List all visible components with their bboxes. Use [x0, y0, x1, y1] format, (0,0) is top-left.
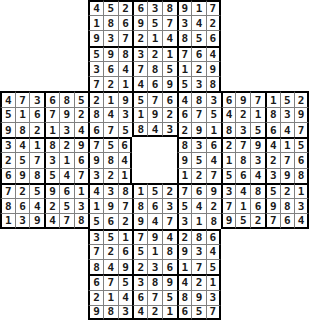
- cell-r9c15: 1: [206, 122, 221, 137]
- cell-r15c9: 2: [118, 213, 133, 228]
- cell-r12c3: 8: [29, 168, 44, 183]
- cell-r12c18: 4: [250, 168, 265, 183]
- cell-r6c9: 1: [118, 76, 133, 91]
- cell-r11c4: 3: [44, 152, 59, 167]
- cell-r14c3: 4: [29, 198, 44, 213]
- cell-r10c21: 5: [294, 137, 309, 152]
- cell-r8c21: 9: [294, 107, 309, 122]
- cell-r2c10: 9: [132, 15, 147, 30]
- cell-r1c14: 1: [191, 0, 206, 15]
- cell-r17c13: 9: [177, 244, 192, 259]
- cell-r18c7: 8: [88, 259, 103, 274]
- cell-r19c8: 7: [103, 274, 118, 289]
- cell-r14c21: 3: [294, 198, 309, 213]
- cell-r10c17: 7: [235, 137, 250, 152]
- cell-r13c1: 7: [0, 183, 15, 198]
- cell-r12c19: 3: [265, 168, 280, 183]
- cell-r15c19: 7: [265, 213, 280, 228]
- cell-r1c11: 3: [147, 0, 162, 15]
- cell-r9c20: 4: [280, 122, 295, 137]
- cell-r12c5: 4: [59, 168, 74, 183]
- cell-r7c6: 5: [74, 91, 89, 106]
- cell-r4c10: 3: [132, 46, 147, 61]
- cell-r12c8: 2: [103, 168, 118, 183]
- cell-r14c18: 6: [250, 198, 265, 213]
- cell-r19c11: 8: [147, 274, 162, 289]
- cell-r7c15: 3: [206, 91, 221, 106]
- cell-r16c9: 1: [118, 229, 133, 244]
- cell-r15c14: 1: [191, 213, 206, 228]
- cell-r11c16: 1: [221, 152, 236, 167]
- cell-r13c15: 9: [206, 183, 221, 198]
- cell-r6c14: 3: [191, 76, 206, 91]
- cell-r16c10: 7: [132, 229, 147, 244]
- cell-r13c9: 8: [118, 183, 133, 198]
- cell-r14c17: 1: [235, 198, 250, 213]
- cell-r14c20: 8: [280, 198, 295, 213]
- cell-r21c7: 9: [88, 305, 103, 320]
- cell-r18c15: 5: [206, 259, 221, 274]
- cell-r15c20: 6: [280, 213, 295, 228]
- cell-r11c7: 9: [88, 152, 103, 167]
- cell-r7c7: 2: [88, 91, 103, 106]
- cell-r9c9: 5: [118, 122, 133, 137]
- cell-r9c11: 4: [147, 122, 162, 137]
- cell-r12c15: 7: [206, 168, 221, 183]
- cell-r20c9: 4: [118, 290, 133, 305]
- cell-r13c5: 6: [59, 183, 74, 198]
- cell-r8c10: 1: [132, 107, 147, 122]
- cell-r7c21: 2: [294, 91, 309, 106]
- cell-r17c9: 6: [118, 244, 133, 259]
- cell-r14c5: 5: [59, 198, 74, 213]
- cell-r21c10: 4: [132, 305, 147, 320]
- cell-r14c1: 8: [0, 198, 15, 213]
- cell-r7c3: 3: [29, 91, 44, 106]
- cell-r4c12: 1: [162, 46, 177, 61]
- cell-r6c8: 2: [103, 76, 118, 91]
- cell-r16c8: 5: [103, 229, 118, 244]
- cell-r3c9: 7: [118, 30, 133, 45]
- cell-r14c19: 9: [265, 198, 280, 213]
- cell-r15c5: 7: [59, 213, 74, 228]
- cell-r13c3: 5: [29, 183, 44, 198]
- cell-r9c21: 7: [294, 122, 309, 137]
- cell-r7c18: 7: [250, 91, 265, 106]
- cell-r19c9: 5: [118, 274, 133, 289]
- cell-r7c17: 9: [235, 91, 250, 106]
- cell-r12c1: 6: [0, 168, 15, 183]
- cell-r8c19: 8: [265, 107, 280, 122]
- cell-r19c7: 6: [88, 274, 103, 289]
- cell-r13c7: 4: [88, 183, 103, 198]
- cell-r15c11: 4: [147, 213, 162, 228]
- cell-r10c20: 1: [280, 137, 295, 152]
- cell-r16c11: 9: [147, 229, 162, 244]
- cell-r13c6: 1: [74, 183, 89, 198]
- cell-r21c8: 8: [103, 305, 118, 320]
- cell-r15c15: 8: [206, 213, 221, 228]
- cell-r7c1: 4: [0, 91, 15, 106]
- cell-r10c4: 8: [44, 137, 59, 152]
- cell-r2c11: 5: [147, 15, 162, 30]
- cell-r14c4: 2: [44, 198, 59, 213]
- cell-r21c13: 6: [177, 305, 192, 320]
- cell-r14c7: 1: [88, 198, 103, 213]
- cell-r17c7: 7: [88, 244, 103, 259]
- cell-r13c18: 8: [250, 183, 265, 198]
- cell-r3c10: 2: [132, 30, 147, 45]
- cell-r2c12: 7: [162, 15, 177, 30]
- cell-r19c13: 4: [177, 274, 192, 289]
- cell-r15c18: 2: [250, 213, 265, 228]
- cell-r3c14: 5: [191, 30, 206, 45]
- cell-r15c7: 5: [88, 213, 103, 228]
- cell-r19c10: 3: [132, 274, 147, 289]
- cell-r5c10: 7: [132, 61, 147, 76]
- cell-r5c8: 6: [103, 61, 118, 76]
- cell-r18c12: 6: [162, 259, 177, 274]
- cell-r13c4: 9: [44, 183, 59, 198]
- cell-r4c13: 7: [177, 46, 192, 61]
- cell-r20c8: 1: [103, 290, 118, 305]
- cell-r4c9: 8: [118, 46, 133, 61]
- cell-r18c11: 3: [147, 259, 162, 274]
- cell-r21c11: 2: [147, 305, 162, 320]
- cell-r14c14: 4: [191, 198, 206, 213]
- cell-r7c8: 1: [103, 91, 118, 106]
- cell-r20c14: 9: [191, 290, 206, 305]
- cell-r17c14: 3: [191, 244, 206, 259]
- cell-r2c13: 3: [177, 15, 192, 30]
- cell-r7c12: 6: [162, 91, 177, 106]
- cell-r8c6: 2: [74, 107, 89, 122]
- cell-r9c17: 3: [235, 122, 250, 137]
- cell-r8c12: 2: [162, 107, 177, 122]
- cell-r7c14: 8: [191, 91, 206, 106]
- cell-r3c11: 1: [147, 30, 162, 45]
- cell-r11c15: 4: [206, 152, 221, 167]
- cell-r10c14: 3: [191, 137, 206, 152]
- cell-r15c4: 4: [44, 213, 59, 228]
- cell-r9c18: 5: [250, 122, 265, 137]
- cell-r12c21: 8: [294, 168, 309, 183]
- cell-r9c1: 9: [0, 122, 15, 137]
- cell-r10c3: 1: [29, 137, 44, 152]
- cell-r15c12: 7: [162, 213, 177, 228]
- cell-r8c14: 7: [191, 107, 206, 122]
- cell-r12c20: 9: [280, 168, 295, 183]
- cell-r17c10: 5: [132, 244, 147, 259]
- cell-r6c13: 5: [177, 76, 192, 91]
- cell-r16c13: 2: [177, 229, 192, 244]
- cell-r1c8: 5: [103, 0, 118, 15]
- cell-r1c9: 2: [118, 0, 133, 15]
- cell-r15c6: 8: [74, 213, 89, 228]
- cell-r19c12: 9: [162, 274, 177, 289]
- cell-r10c9: 6: [118, 137, 133, 152]
- cell-r13c13: 7: [177, 183, 192, 198]
- cell-r19c15: 1: [206, 274, 221, 289]
- cell-r3c8: 3: [103, 30, 118, 45]
- cell-r15c2: 3: [15, 213, 30, 228]
- cell-r6c7: 7: [88, 76, 103, 91]
- cell-r5c14: 2: [191, 61, 206, 76]
- cell-r7c5: 8: [59, 91, 74, 106]
- cell-r9c19: 6: [265, 122, 280, 137]
- cell-r5c7: 3: [88, 61, 103, 76]
- cell-r9c5: 3: [59, 122, 74, 137]
- cell-r21c15: 7: [206, 305, 221, 320]
- cell-r8c3: 6: [29, 107, 44, 122]
- cell-r7c11: 7: [147, 91, 162, 106]
- cell-r14c8: 9: [103, 198, 118, 213]
- cell-r13c14: 6: [191, 183, 206, 198]
- cell-r10c5: 2: [59, 137, 74, 152]
- cell-r21c14: 5: [191, 305, 206, 320]
- cell-r8c11: 9: [147, 107, 162, 122]
- cell-r4c8: 9: [103, 46, 118, 61]
- cell-r10c16: 2: [221, 137, 236, 152]
- cell-r12c6: 7: [74, 168, 89, 183]
- cell-r4c14: 6: [191, 46, 206, 61]
- cell-r13c11: 5: [147, 183, 162, 198]
- cell-r4c7: 5: [88, 46, 103, 61]
- cell-r3c7: 9: [88, 30, 103, 45]
- cell-r12c9: 1: [118, 168, 133, 183]
- cell-r15c21: 4: [294, 213, 309, 228]
- cell-r1c10: 6: [132, 0, 147, 15]
- cell-r16c15: 6: [206, 229, 221, 244]
- cell-r7c9: 9: [118, 91, 133, 106]
- cell-r15c17: 5: [235, 213, 250, 228]
- cell-r6c15: 8: [206, 76, 221, 91]
- cell-r8c2: 1: [15, 107, 30, 122]
- cell-r10c2: 4: [15, 137, 30, 152]
- cell-r15c16: 9: [221, 213, 236, 228]
- cell-r11c3: 7: [29, 152, 44, 167]
- cell-r12c13: 1: [177, 168, 192, 183]
- cell-r11c13: 9: [177, 152, 192, 167]
- cell-r18c9: 9: [118, 259, 133, 274]
- cell-r21c9: 3: [118, 305, 133, 320]
- cell-r9c13: 2: [177, 122, 192, 137]
- cell-r9c10: 8: [132, 122, 147, 137]
- cell-r4c11: 2: [147, 46, 162, 61]
- cell-r14c2: 6: [15, 198, 30, 213]
- cell-r11c5: 1: [59, 152, 74, 167]
- cell-r20c11: 7: [147, 290, 162, 305]
- cell-r6c11: 6: [147, 76, 162, 91]
- cell-r8c15: 5: [206, 107, 221, 122]
- cell-r9c2: 8: [15, 122, 30, 137]
- cell-r7c20: 5: [280, 91, 295, 106]
- cell-r7c2: 7: [15, 91, 30, 106]
- cell-r19c14: 2: [191, 274, 206, 289]
- cell-r20c12: 5: [162, 290, 177, 305]
- cell-r6c12: 9: [162, 76, 177, 91]
- cell-r9c4: 1: [44, 122, 59, 137]
- cell-r1c7: 4: [88, 0, 103, 15]
- sohei-sudoku-board: 4526389171869573429372148565983217643647…: [0, 0, 309, 320]
- cell-r2c7: 1: [88, 15, 103, 30]
- cell-r13c10: 1: [132, 183, 147, 198]
- cell-r15c13: 3: [177, 213, 192, 228]
- cell-r15c8: 6: [103, 213, 118, 228]
- cell-r9c12: 3: [162, 122, 177, 137]
- cell-r5c15: 9: [206, 61, 221, 76]
- cell-r14c11: 6: [147, 198, 162, 213]
- cell-r15c10: 9: [132, 213, 147, 228]
- cell-r6c10: 4: [132, 76, 147, 91]
- cell-r4c15: 4: [206, 46, 221, 61]
- cell-r18c10: 2: [132, 259, 147, 274]
- cell-r14c15: 2: [206, 198, 221, 213]
- cell-r14c9: 7: [118, 198, 133, 213]
- cell-r18c8: 4: [103, 259, 118, 274]
- cell-r8c13: 6: [177, 107, 192, 122]
- cell-r11c1: 2: [0, 152, 15, 167]
- cell-r13c20: 2: [280, 183, 295, 198]
- cell-r7c4: 6: [44, 91, 59, 106]
- cell-r5c11: 8: [147, 61, 162, 76]
- cell-r3c13: 8: [177, 30, 192, 45]
- cell-r3c12: 4: [162, 30, 177, 45]
- cell-r8c7: 8: [88, 107, 103, 122]
- cell-r13c12: 2: [162, 183, 177, 198]
- cell-r8c16: 4: [221, 107, 236, 122]
- cell-r20c10: 6: [132, 290, 147, 305]
- cell-r12c2: 9: [15, 168, 30, 183]
- cell-r8c5: 9: [59, 107, 74, 122]
- cell-r9c6: 4: [74, 122, 89, 137]
- cell-r20c7: 2: [88, 290, 103, 305]
- cell-r8c20: 3: [280, 107, 295, 122]
- cell-r1c13: 9: [177, 0, 192, 15]
- cell-r13c2: 2: [15, 183, 30, 198]
- cell-r20c15: 3: [206, 290, 221, 305]
- cell-r14c16: 7: [221, 198, 236, 213]
- cell-r11c21: 6: [294, 152, 309, 167]
- cell-r5c13: 1: [177, 61, 192, 76]
- cell-r8c18: 1: [250, 107, 265, 122]
- cell-r2c9: 6: [118, 15, 133, 30]
- cell-r11c6: 6: [74, 152, 89, 167]
- cell-r20c13: 8: [177, 290, 192, 305]
- cell-r17c11: 1: [147, 244, 162, 259]
- cell-r9c7: 6: [88, 122, 103, 137]
- cell-r7c16: 6: [221, 91, 236, 106]
- cell-r10c18: 9: [250, 137, 265, 152]
- cell-r5c12: 5: [162, 61, 177, 76]
- cell-r13c8: 3: [103, 183, 118, 198]
- cell-r12c16: 5: [221, 168, 236, 183]
- cell-r15c3: 9: [29, 213, 44, 228]
- cell-r16c7: 3: [88, 229, 103, 244]
- cell-r17c8: 2: [103, 244, 118, 259]
- cell-r8c8: 4: [103, 107, 118, 122]
- cell-r18c14: 7: [191, 259, 206, 274]
- cell-r7c10: 5: [132, 91, 147, 106]
- cell-r8c1: 5: [0, 107, 15, 122]
- cell-r21c12: 1: [162, 305, 177, 320]
- cell-r16c14: 8: [191, 229, 206, 244]
- cell-r10c13: 8: [177, 137, 192, 152]
- cell-r10c19: 4: [265, 137, 280, 152]
- cell-r1c12: 8: [162, 0, 177, 15]
- cell-r10c6: 9: [74, 137, 89, 152]
- cell-r8c17: 2: [235, 107, 250, 122]
- cell-r13c19: 5: [265, 183, 280, 198]
- cell-r9c16: 8: [221, 122, 236, 137]
- cell-r2c14: 4: [191, 15, 206, 30]
- cell-r12c14: 2: [191, 168, 206, 183]
- cell-r11c20: 7: [280, 152, 295, 167]
- cell-r14c12: 3: [162, 198, 177, 213]
- cell-r8c4: 7: [44, 107, 59, 122]
- cell-r16c12: 4: [162, 229, 177, 244]
- cell-r17c15: 4: [206, 244, 221, 259]
- cell-r14c6: 3: [74, 198, 89, 213]
- cell-r10c1: 3: [0, 137, 15, 152]
- cell-r7c13: 4: [177, 91, 192, 106]
- cell-r11c9: 4: [118, 152, 133, 167]
- cell-r2c15: 2: [206, 15, 221, 30]
- cell-r11c17: 8: [235, 152, 250, 167]
- cell-r11c8: 8: [103, 152, 118, 167]
- cell-r10c7: 7: [88, 137, 103, 152]
- cell-r10c8: 5: [103, 137, 118, 152]
- cell-r11c19: 2: [265, 152, 280, 167]
- cell-r15c1: 1: [0, 213, 15, 228]
- cell-r5c9: 4: [118, 61, 133, 76]
- cell-r8c9: 3: [118, 107, 133, 122]
- cell-r1c15: 7: [206, 0, 221, 15]
- cell-r12c4: 5: [44, 168, 59, 183]
- cell-r9c14: 9: [191, 122, 206, 137]
- cell-r11c2: 5: [15, 152, 30, 167]
- cell-r2c8: 8: [103, 15, 118, 30]
- cell-r14c13: 5: [177, 198, 192, 213]
- cell-r14c10: 8: [132, 198, 147, 213]
- cell-r3c15: 6: [206, 30, 221, 45]
- cell-r9c3: 2: [29, 122, 44, 137]
- cell-r17c12: 8: [162, 244, 177, 259]
- cell-r11c18: 3: [250, 152, 265, 167]
- cell-r10c15: 6: [206, 137, 221, 152]
- cell-r12c7: 3: [88, 168, 103, 183]
- cell-r13c17: 4: [235, 183, 250, 198]
- cell-r18c13: 1: [177, 259, 192, 274]
- cell-r12c17: 6: [235, 168, 250, 183]
- cell-r7c19: 1: [265, 91, 280, 106]
- cell-r11c14: 5: [191, 152, 206, 167]
- cell-r13c16: 3: [221, 183, 236, 198]
- cell-r9c8: 7: [103, 122, 118, 137]
- cell-r13c21: 1: [294, 183, 309, 198]
